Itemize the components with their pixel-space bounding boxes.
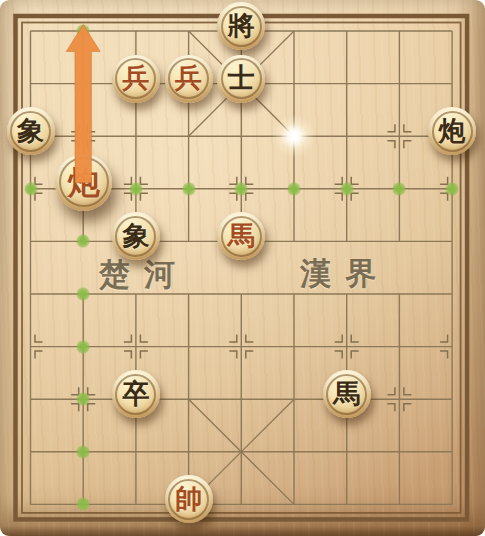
piece-red-general[interactable]: 帥 bbox=[165, 475, 213, 523]
piece-black-advisor[interactable]: 士 bbox=[217, 55, 265, 103]
move-hint-dot[interactable] bbox=[76, 77, 90, 91]
move-hint-dot[interactable] bbox=[234, 182, 248, 196]
move-hint-dot[interactable] bbox=[76, 445, 90, 459]
piece-char: 炮 bbox=[68, 166, 100, 198]
piece-char: 將 bbox=[228, 13, 255, 40]
piece-char: 馬 bbox=[228, 223, 255, 250]
river-label-chu: 楚河 bbox=[99, 254, 189, 296]
move-hint-dot[interactable] bbox=[76, 340, 90, 354]
piece-char: 帥 bbox=[175, 486, 202, 513]
river-label-han: 漢界 bbox=[300, 253, 390, 295]
sparkle-highlight bbox=[271, 113, 317, 159]
piece-red-soldier-b[interactable]: 兵 bbox=[165, 55, 213, 103]
piece-black-general[interactable]: 將 bbox=[217, 2, 265, 50]
piece-char: 象 bbox=[17, 118, 44, 145]
xiangqi-board[interactable]: 楚河 漢界 將兵兵士象炮炮象馬卒馬帥 bbox=[0, 0, 485, 536]
piece-red-soldier-a[interactable]: 兵 bbox=[112, 55, 160, 103]
piece-black-soldier[interactable]: 卒 bbox=[112, 370, 160, 418]
move-hint-dot[interactable] bbox=[182, 182, 196, 196]
move-hint-dot[interactable] bbox=[340, 182, 354, 196]
move-hint-dot[interactable] bbox=[287, 182, 301, 196]
piece-black-elephant-a[interactable]: 象 bbox=[7, 107, 55, 155]
piece-char: 兵 bbox=[122, 65, 149, 92]
piece-black-horse[interactable]: 馬 bbox=[323, 370, 371, 418]
piece-char: 卒 bbox=[122, 381, 149, 408]
piece-char: 馬 bbox=[333, 381, 360, 408]
piece-char: 炮 bbox=[439, 118, 466, 145]
piece-black-cannon[interactable]: 炮 bbox=[428, 107, 476, 155]
piece-black-elephant-b[interactable]: 象 bbox=[112, 212, 160, 260]
move-hint-dot[interactable] bbox=[129, 182, 143, 196]
move-hint-dot[interactable] bbox=[24, 182, 38, 196]
piece-char: 士 bbox=[228, 65, 255, 92]
piece-red-cannon[interactable]: 炮 bbox=[55, 154, 112, 211]
piece-char: 兵 bbox=[175, 65, 202, 92]
move-hint-dot[interactable] bbox=[445, 182, 459, 196]
piece-char: 象 bbox=[122, 223, 149, 250]
